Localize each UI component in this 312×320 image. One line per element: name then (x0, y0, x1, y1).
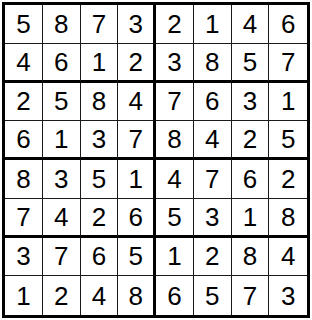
cell-r8c1[interactable]: 1 (5, 276, 43, 315)
cell-r2c2[interactable]: 6 (43, 44, 81, 83)
cell-r4c1[interactable]: 6 (5, 121, 43, 160)
cell-r6c1[interactable]: 7 (5, 199, 43, 238)
cell-r5c8[interactable]: 2 (269, 160, 307, 199)
cell-r7c6[interactable]: 2 (194, 238, 232, 277)
cell-r3c4[interactable]: 4 (118, 83, 156, 122)
cell-r8c4[interactable]: 8 (118, 276, 156, 315)
cell-r1c8[interactable]: 6 (269, 5, 307, 44)
cell-r7c2[interactable]: 7 (43, 238, 81, 277)
sudoku-board: 5873214646123857258476316137842583514762… (2, 2, 310, 318)
cell-r5c4[interactable]: 1 (118, 160, 156, 199)
cell-r6c6[interactable]: 3 (194, 199, 232, 238)
cell-r8c7[interactable]: 7 (232, 276, 270, 315)
cell-r1c7[interactable]: 4 (232, 5, 270, 44)
cell-r2c3[interactable]: 1 (81, 44, 119, 83)
cell-r2c4[interactable]: 2 (118, 44, 156, 83)
cell-r5c7[interactable]: 6 (232, 160, 270, 199)
cell-r3c1[interactable]: 2 (5, 83, 43, 122)
cell-r5c6[interactable]: 7 (194, 160, 232, 199)
cell-r1c5[interactable]: 2 (156, 5, 194, 44)
cell-r4c7[interactable]: 2 (232, 121, 270, 160)
cell-r1c3[interactable]: 7 (81, 5, 119, 44)
cell-r1c6[interactable]: 1 (194, 5, 232, 44)
cell-r6c4[interactable]: 6 (118, 199, 156, 238)
cell-r8c8[interactable]: 3 (269, 276, 307, 315)
cell-r3c8[interactable]: 1 (269, 83, 307, 122)
cell-r7c3[interactable]: 6 (81, 238, 119, 277)
cell-r8c5[interactable]: 6 (156, 276, 194, 315)
cell-r8c2[interactable]: 2 (43, 276, 81, 315)
cell-r6c3[interactable]: 2 (81, 199, 119, 238)
cell-r8c6[interactable]: 5 (194, 276, 232, 315)
cell-r1c2[interactable]: 8 (43, 5, 81, 44)
cell-r6c7[interactable]: 1 (232, 199, 270, 238)
cell-r2c1[interactable]: 4 (5, 44, 43, 83)
cell-r4c4[interactable]: 7 (118, 121, 156, 160)
cell-r3c6[interactable]: 6 (194, 83, 232, 122)
cell-r1c4[interactable]: 3 (118, 5, 156, 44)
cell-r4c2[interactable]: 1 (43, 121, 81, 160)
cell-r4c5[interactable]: 8 (156, 121, 194, 160)
cell-r7c8[interactable]: 4 (269, 238, 307, 277)
cell-r7c7[interactable]: 8 (232, 238, 270, 277)
cell-r7c4[interactable]: 5 (118, 238, 156, 277)
cell-r4c6[interactable]: 4 (194, 121, 232, 160)
cell-r3c3[interactable]: 8 (81, 83, 119, 122)
cell-r4c3[interactable]: 3 (81, 121, 119, 160)
cell-r3c5[interactable]: 7 (156, 83, 194, 122)
cell-r3c2[interactable]: 5 (43, 83, 81, 122)
cell-r3c7[interactable]: 3 (232, 83, 270, 122)
cell-r2c5[interactable]: 3 (156, 44, 194, 83)
cell-r6c2[interactable]: 4 (43, 199, 81, 238)
cell-r2c6[interactable]: 8 (194, 44, 232, 83)
cell-r5c2[interactable]: 3 (43, 160, 81, 199)
cell-r2c7[interactable]: 5 (232, 44, 270, 83)
cell-r5c3[interactable]: 5 (81, 160, 119, 199)
cell-r8c3[interactable]: 4 (81, 276, 119, 315)
cell-r2c8[interactable]: 7 (269, 44, 307, 83)
cell-r1c1[interactable]: 5 (5, 5, 43, 44)
cell-r5c1[interactable]: 8 (5, 160, 43, 199)
cell-r7c5[interactable]: 1 (156, 238, 194, 277)
cell-r6c5[interactable]: 5 (156, 199, 194, 238)
cell-r5c5[interactable]: 4 (156, 160, 194, 199)
page: 5873214646123857258476316137842583514762… (0, 0, 312, 320)
cell-r7c1[interactable]: 3 (5, 238, 43, 277)
cell-r6c8[interactable]: 8 (269, 199, 307, 238)
cell-r4c8[interactable]: 5 (269, 121, 307, 160)
